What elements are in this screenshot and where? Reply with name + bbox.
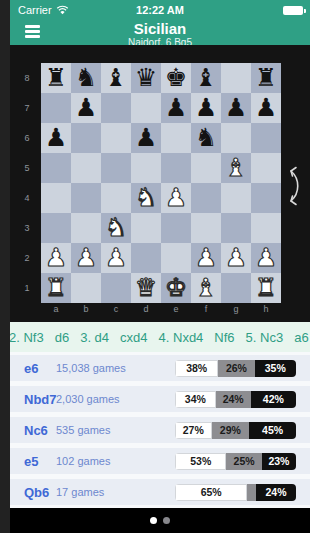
move-name[interactable]: Nc6 [10,423,56,438]
chess-board: ♜♞♝♛♚♝♜♟♟♟♟♟♟♟♞♝♞♟♞♟♟♟♟♟♟♜♛♚♝♜ [41,63,281,303]
piece-black-bishop: ♝ [101,63,131,93]
square-e7[interactable]: ♟ [161,93,191,123]
piece-white-bishop: ♝ [191,273,221,303]
square-a3[interactable] [41,213,71,243]
piece-black-pawn: ♟ [41,123,71,153]
board-panel: 87654321 ♜♞♝♛♚♝♜♟♟♟♟♟♟♟♞♝♞♟♞♟♟♟♟♟♟♜♛♚♝♜ … [10,45,310,322]
square-f2[interactable]: ♟ [191,243,221,273]
status-bar: Carrier 12:22 AM [10,0,310,20]
file-label-d: d [131,303,161,316]
move-name[interactable]: e5 [10,454,56,469]
square-g7[interactable]: ♟ [221,93,251,123]
square-c5[interactable] [101,153,131,183]
rank-label-4: 4 [18,183,36,213]
move-name[interactable]: e6 [10,361,56,376]
square-b2[interactable]: ♟ [71,243,101,273]
file-label-c: c [101,303,131,316]
result-bar: 38%26%35% [175,360,296,377]
games-count: 15,038 games [56,362,156,374]
result-bar: 27%29%45% [175,422,296,439]
square-c1[interactable] [101,273,131,303]
black-result-segment: 42% [251,391,296,408]
file-labels: abcdefgh [41,303,281,316]
page-dot-1[interactable] [150,517,157,524]
draw-result-segment: 25% [226,453,261,470]
piece-black-queen: ♛ [131,63,161,93]
app-screen: Carrier 12:22 AM Sicilian Najdorf, 6.Bg5… [10,0,310,533]
square-b6[interactable] [71,123,101,153]
clock: 12:22 AM [10,4,310,16]
piece-black-pawn: ♟ [131,123,161,153]
white-result-segment: 53% [175,453,226,470]
square-f8[interactable]: ♝ [191,63,221,93]
move-row-nc6[interactable]: Nc6535 games27%29%45% [10,417,310,443]
square-e8[interactable]: ♚ [161,63,191,93]
square-h3[interactable] [251,213,281,243]
square-b3[interactable] [71,213,101,243]
file-label-h: h [251,303,281,316]
piece-white-knight: ♞ [101,213,131,243]
piece-white-bishop: ♝ [221,153,251,183]
move-row-nbd7[interactable]: Nbd72,030 games34%24%42% [10,386,310,412]
piece-black-rook: ♜ [41,63,71,93]
piece-white-pawn: ♟ [71,243,101,273]
piece-white-pawn: ♟ [41,243,71,273]
piece-black-king: ♚ [161,63,191,93]
black-result-segment: 45% [249,422,296,439]
move-chip-a6[interactable]: a6 [289,327,310,348]
draw-result-segment [247,484,256,501]
file-label-a: a [41,303,71,316]
square-a1[interactable]: ♜ [41,273,71,303]
square-f7[interactable]: ♟ [191,93,221,123]
square-c3[interactable]: ♞ [101,213,131,243]
move-scroller: 2. Nf3d63. d4cxd44. Nxd4Nf65. Nc3a66. Bg… [10,322,310,352]
piece-white-pawn: ♟ [191,243,221,273]
square-a5[interactable] [41,153,71,183]
square-b1[interactable] [71,273,101,303]
square-g8[interactable] [221,63,251,93]
square-e3[interactable] [161,213,191,243]
file-label-f: f [191,303,221,316]
move-row-e5[interactable]: e5102 games53%25%23% [10,448,310,474]
black-result-segment: 24% [256,484,296,501]
games-count: 17 games [56,486,156,498]
square-d8[interactable]: ♛ [131,63,161,93]
white-result-segment: 38% [175,360,218,377]
square-h8[interactable]: ♜ [251,63,281,93]
move-chip-2nf3[interactable]: 2. Nf3 [10,327,49,348]
flip-board-icon[interactable] [285,163,303,209]
square-f5[interactable] [191,153,221,183]
square-a8[interactable]: ♜ [41,63,71,93]
rank-label-5: 5 [18,153,36,183]
file-label-g: g [221,303,251,316]
square-b4[interactable] [71,183,101,213]
square-c8[interactable]: ♝ [101,63,131,93]
piece-white-pawn: ♟ [101,243,131,273]
black-result-segment: 35% [255,360,297,377]
move-chip-5nc3[interactable]: 5. Nc3 [241,327,289,348]
piece-white-king: ♚ [161,273,191,303]
piece-black-bishop: ♝ [191,63,221,93]
games-count: 102 games [56,455,156,467]
square-h2[interactable]: ♟ [251,243,281,273]
square-a7[interactable] [41,93,71,123]
square-e5[interactable] [161,153,191,183]
square-h6[interactable] [251,123,281,153]
square-d5[interactable] [131,153,161,183]
square-e2[interactable] [161,243,191,273]
piece-white-pawn: ♟ [221,243,251,273]
move-chip-4nxd4[interactable]: 4. Nxd4 [154,327,209,348]
square-e1[interactable]: ♚ [161,273,191,303]
battery-icon [283,6,303,15]
move-name[interactable]: Qb6 [10,485,56,500]
rank-labels: 87654321 [18,63,36,303]
square-f6[interactable]: ♞ [191,123,221,153]
rank-label-7: 7 [18,93,36,123]
square-a6[interactable]: ♟ [41,123,71,153]
move-chip-nf6[interactable]: Nf6 [209,327,239,348]
square-c7[interactable] [101,93,131,123]
square-f1[interactable]: ♝ [191,273,221,303]
square-c6[interactable] [101,123,131,153]
piece-white-knight: ♞ [131,183,161,213]
white-result-segment: 65% [175,484,247,501]
square-f4[interactable] [191,183,221,213]
square-h1[interactable]: ♜ [251,273,281,303]
move-chip-d6[interactable]: d6 [50,327,74,348]
square-d7[interactable] [131,93,161,123]
white-result-segment: 34% [175,391,216,408]
piece-white-pawn: ♟ [251,243,281,273]
white-result-segment: 27% [175,422,212,439]
file-label-e: e [161,303,191,316]
square-d6[interactable]: ♟ [131,123,161,153]
square-d1[interactable]: ♛ [131,273,161,303]
square-d3[interactable] [131,213,161,243]
piece-white-rook: ♜ [41,273,71,303]
square-a2[interactable]: ♟ [41,243,71,273]
square-h5[interactable] [251,153,281,183]
square-g3[interactable] [221,213,251,243]
square-g4[interactable] [221,183,251,213]
piece-black-knight: ♞ [191,123,221,153]
square-c4[interactable] [101,183,131,213]
piece-white-queen: ♛ [131,273,161,303]
result-bar: 65%24% [175,484,296,501]
square-d2[interactable] [131,243,161,273]
move-list: 2. Nf3d63. d4cxd44. Nxd4Nf65. Nc3a66. Bg… [10,327,310,348]
page-control [10,508,310,533]
move-row-qb6[interactable]: Qb617 games65%24% [10,479,310,505]
square-g6[interactable] [221,123,251,153]
piece-black-pawn: ♟ [251,93,281,123]
candidate-moves-table: e615,038 games38%26%35%Nbd72,030 games34… [10,352,310,508]
move-chip-cxd4[interactable]: cxd4 [115,327,152,348]
square-h7[interactable]: ♟ [251,93,281,123]
rank-label-2: 2 [18,243,36,273]
piece-black-rook: ♜ [251,63,281,93]
draw-result-segment: 26% [218,360,254,377]
square-b7[interactable]: ♟ [71,93,101,123]
result-bar: 34%24%42% [175,391,296,408]
nav-bar: Sicilian Najdorf, 6.Bg5 [10,20,310,45]
move-row-e6[interactable]: e615,038 games38%26%35% [10,355,310,381]
square-e4[interactable]: ♟ [161,183,191,213]
square-g2[interactable]: ♟ [221,243,251,273]
games-count: 535 games [56,424,156,436]
square-g5[interactable]: ♝ [221,153,251,183]
draw-result-segment: 29% [212,422,250,439]
rank-label-6: 6 [18,123,36,153]
move-chip-3d4[interactable]: 3. d4 [75,327,114,348]
move-name[interactable]: Nbd7 [10,392,56,407]
square-c2[interactable]: ♟ [101,243,131,273]
square-b8[interactable]: ♞ [71,63,101,93]
rank-label-8: 8 [18,63,36,93]
square-f3[interactable] [191,213,221,243]
square-a4[interactable] [41,183,71,213]
rank-label-1: 1 [18,273,36,303]
piece-black-pawn: ♟ [221,93,251,123]
file-label-b: b [71,303,101,316]
result-bar: 53%25%23% [175,453,296,470]
piece-white-rook: ♜ [251,273,281,303]
square-d4[interactable]: ♞ [131,183,161,213]
piece-white-pawn: ♟ [161,183,191,213]
piece-black-pawn: ♟ [71,93,101,123]
games-count: 2,030 games [56,393,156,405]
square-h4[interactable] [251,183,281,213]
piece-black-pawn: ♟ [161,93,191,123]
piece-black-knight: ♞ [71,63,101,93]
piece-black-pawn: ♟ [191,93,221,123]
rank-label-3: 3 [18,213,36,243]
page-title: Sicilian [10,20,310,37]
square-e6[interactable] [161,123,191,153]
black-result-segment: 23% [262,453,296,470]
draw-result-segment: 24% [216,391,251,408]
page-dot-2[interactable] [163,517,170,524]
square-b5[interactable] [71,153,101,183]
square-g1[interactable] [221,273,251,303]
